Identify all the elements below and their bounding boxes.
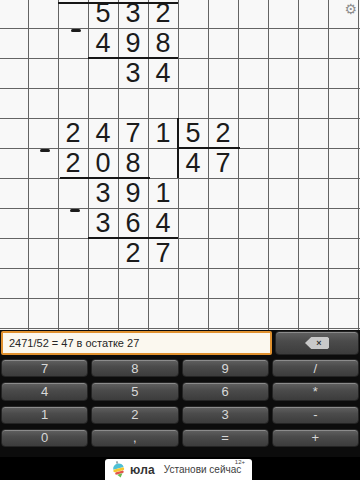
worksheet-rule-line: [88, 57, 178, 59]
ad-brand-text: юла: [130, 463, 155, 477]
key-comma[interactable]: ,: [91, 429, 178, 447]
youla-logo-icon: [111, 461, 126, 478]
keypad: 7 8 9 / 4 5 6 * 1 2 3 - 0 , = +: [0, 355, 360, 452]
key-6[interactable]: 6: [182, 382, 269, 400]
ad-cta-text: Установи сейчас: [164, 464, 241, 475]
grid-digit: 1: [148, 178, 178, 208]
worksheet-grid: ⚙ 532498342471522084739136427: [0, 0, 360, 330]
grid-digit: 7: [118, 118, 148, 148]
grid-digit: 4: [88, 118, 118, 148]
grid-digit: 7: [148, 238, 178, 268]
ad-age-rating: 12+: [235, 459, 245, 465]
minus-sign: [40, 149, 50, 152]
grid-digit: 2: [58, 118, 88, 148]
grid-digit: 8: [118, 148, 148, 178]
key-minus[interactable]: -: [272, 406, 359, 424]
grid-digit: 5: [178, 118, 208, 148]
key-multiply[interactable]: *: [272, 382, 359, 400]
grid-digit: 7: [208, 148, 238, 178]
key-2[interactable]: 2: [91, 406, 178, 424]
key-5[interactable]: 5: [91, 382, 178, 400]
grid-digit: 2: [118, 238, 148, 268]
grid-digit: 2: [148, 0, 178, 28]
key-9[interactable]: 9: [182, 359, 269, 377]
grid-digit: 4: [148, 58, 178, 88]
grid-digit: 3: [88, 208, 118, 238]
grid-digit: 0: [88, 148, 118, 178]
answer-input[interactable]: 2471/52 = 47 в остатке 27: [1, 331, 272, 355]
grid-digit: 5: [88, 0, 118, 28]
worksheet-rule-line: [60, 177, 150, 179]
grid-digit: 4: [148, 208, 178, 238]
settings-gear-icon[interactable]: ⚙: [344, 2, 357, 16]
grid-digit: 1: [148, 118, 178, 148]
grid-digit: 4: [88, 28, 118, 58]
key-0[interactable]: 0: [1, 429, 88, 447]
answer-input-row: 2471/52 = 47 в остатке 27 ×: [0, 330, 360, 355]
bottom-panel: 2471/52 = 47 в остатке 27 × 7 8 9 / 4 5 …: [0, 330, 360, 457]
minus-sign: [70, 209, 80, 212]
backspace-key[interactable]: ×: [275, 331, 359, 355]
worksheet-rule-line: [88, 237, 178, 239]
key-1[interactable]: 1: [1, 406, 88, 424]
key-4[interactable]: 4: [1, 382, 88, 400]
ad-banner: юла Установи сейчас 12+: [0, 457, 360, 480]
grid-digit: 3: [118, 0, 148, 28]
key-8[interactable]: 8: [91, 359, 178, 377]
grid-digit: 3: [118, 58, 148, 88]
key-divide[interactable]: /: [272, 359, 359, 377]
grid-digit: 9: [118, 178, 148, 208]
grid-digit: 2: [208, 118, 238, 148]
key-3[interactable]: 3: [182, 406, 269, 424]
key-plus[interactable]: +: [272, 429, 359, 447]
grid-digit: 6: [118, 208, 148, 238]
app-screen: ⚙ 532498342471522084739136427 2471/52 = …: [0, 0, 360, 480]
worksheet-rule-line: [58, 2, 178, 4]
worksheet-rule-line: [178, 147, 240, 149]
ad-card-link[interactable]: юла Установи сейчас 12+: [105, 459, 252, 480]
grid-digit: 8: [148, 28, 178, 58]
grid-digit: 9: [118, 28, 148, 58]
grid-digit: 2: [58, 148, 88, 178]
minus-sign: [71, 29, 81, 32]
key-7[interactable]: 7: [1, 359, 88, 377]
grid-digit: 3: [88, 178, 118, 208]
backspace-icon: ×: [305, 337, 329, 349]
key-equals[interactable]: =: [182, 429, 269, 447]
grid-digit: 4: [178, 148, 208, 178]
